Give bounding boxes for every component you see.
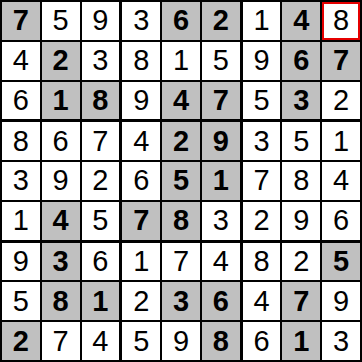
cell-r2c9[interactable]: 7: [322, 42, 360, 80]
cell-r4c9[interactable]: 1: [322, 122, 360, 160]
cell-r7c8[interactable]: 2: [282, 243, 320, 281]
cell-r4c4[interactable]: 4: [122, 122, 160, 160]
cell-r2c5[interactable]: 1: [162, 42, 200, 80]
box-9: 825479613: [243, 243, 360, 360]
cell-r6c6[interactable]: 3: [202, 202, 240, 240]
cell-r3c8[interactable]: 3: [282, 82, 320, 120]
cell-r6c9[interactable]: 6: [322, 202, 360, 240]
cell-r6c3[interactable]: 5: [82, 202, 120, 240]
cell-r6c5[interactable]: 8: [162, 202, 200, 240]
cell-r2c1[interactable]: 4: [2, 42, 40, 80]
cell-r1c8[interactable]: 4: [282, 2, 320, 40]
box-5: 429651783: [122, 122, 239, 239]
sudoku-board: 7594236183628159471489675328673921454296…: [0, 0, 362, 362]
cell-r1c5[interactable]: 6: [162, 2, 200, 40]
cell-r8c1[interactable]: 5: [2, 282, 40, 320]
cell-r8c7[interactable]: 4: [243, 282, 281, 320]
cell-r9c4[interactable]: 5: [122, 322, 160, 360]
cell-r6c4[interactable]: 7: [122, 202, 160, 240]
cell-r3c3[interactable]: 8: [82, 82, 120, 120]
box-7: 936581274: [2, 243, 119, 360]
cell-r9c5[interactable]: 9: [162, 322, 200, 360]
cell-r1c3[interactable]: 9: [82, 2, 120, 40]
cell-r8c6[interactable]: 6: [202, 282, 240, 320]
box-8: 174236598: [122, 243, 239, 360]
cell-r9c2[interactable]: 7: [42, 322, 80, 360]
cell-r9c6[interactable]: 8: [202, 322, 240, 360]
cell-r9c7[interactable]: 6: [243, 322, 281, 360]
cell-r4c3[interactable]: 7: [82, 122, 120, 160]
cell-r8c3[interactable]: 1: [82, 282, 120, 320]
cell-r7c4[interactable]: 1: [122, 243, 160, 281]
cell-r4c2[interactable]: 6: [42, 122, 80, 160]
cell-r7c5[interactable]: 7: [162, 243, 200, 281]
cell-r3c9[interactable]: 2: [322, 82, 360, 120]
cell-r6c2[interactable]: 4: [42, 202, 80, 240]
cell-r1c1[interactable]: 7: [2, 2, 40, 40]
cell-r2c4[interactable]: 8: [122, 42, 160, 80]
cell-r5c9[interactable]: 4: [322, 162, 360, 200]
cell-r5c3[interactable]: 2: [82, 162, 120, 200]
cell-r7c2[interactable]: 3: [42, 243, 80, 281]
cell-r8c4[interactable]: 2: [122, 282, 160, 320]
cell-r3c5[interactable]: 4: [162, 82, 200, 120]
cell-r7c6[interactable]: 4: [202, 243, 240, 281]
cell-r7c7[interactable]: 8: [243, 243, 281, 281]
box-3: 148967532: [243, 2, 360, 119]
cell-r5c5[interactable]: 5: [162, 162, 200, 200]
cell-r7c1[interactable]: 9: [2, 243, 40, 281]
cell-r9c8[interactable]: 1: [282, 322, 320, 360]
cell-r3c7[interactable]: 5: [243, 82, 281, 120]
cell-r7c3[interactable]: 6: [82, 243, 120, 281]
cell-r3c1[interactable]: 6: [2, 82, 40, 120]
cell-r6c1[interactable]: 1: [2, 202, 40, 240]
cell-r5c1[interactable]: 3: [2, 162, 40, 200]
box-4: 867392145: [2, 122, 119, 239]
cell-r3c2[interactable]: 1: [42, 82, 80, 120]
cell-r2c8[interactable]: 6: [282, 42, 320, 80]
cell-r3c6[interactable]: 7: [202, 82, 240, 120]
cell-r4c1[interactable]: 8: [2, 122, 40, 160]
cell-r5c2[interactable]: 9: [42, 162, 80, 200]
cell-r9c3[interactable]: 4: [82, 322, 120, 360]
cell-r2c2[interactable]: 2: [42, 42, 80, 80]
cell-r5c6[interactable]: 1: [202, 162, 240, 200]
cell-r2c7[interactable]: 9: [243, 42, 281, 80]
cell-r5c7[interactable]: 7: [243, 162, 281, 200]
cell-r5c8[interactable]: 8: [282, 162, 320, 200]
cell-r9c1[interactable]: 2: [2, 322, 40, 360]
cell-r8c5[interactable]: 3: [162, 282, 200, 320]
cell-r1c9[interactable]: 8: [322, 2, 360, 40]
cell-r2c6[interactable]: 5: [202, 42, 240, 80]
cell-r7c9[interactable]: 5: [322, 243, 360, 281]
cell-r1c4[interactable]: 3: [122, 2, 160, 40]
cell-r4c6[interactable]: 9: [202, 122, 240, 160]
cell-r6c7[interactable]: 2: [243, 202, 281, 240]
cell-r8c8[interactable]: 7: [282, 282, 320, 320]
cell-r6c8[interactable]: 9: [282, 202, 320, 240]
cell-r9c9[interactable]: 3: [322, 322, 360, 360]
cell-r1c6[interactable]: 2: [202, 2, 240, 40]
cell-r4c8[interactable]: 5: [282, 122, 320, 160]
cell-r3c4[interactable]: 9: [122, 82, 160, 120]
cell-r8c2[interactable]: 8: [42, 282, 80, 320]
cell-r1c2[interactable]: 5: [42, 2, 80, 40]
box-2: 362815947: [122, 2, 239, 119]
cell-r5c4[interactable]: 6: [122, 162, 160, 200]
cell-r4c7[interactable]: 3: [243, 122, 281, 160]
cell-r4c5[interactable]: 2: [162, 122, 200, 160]
cell-r2c3[interactable]: 3: [82, 42, 120, 80]
box-1: 759423618: [2, 2, 119, 119]
box-6: 351784296: [243, 122, 360, 239]
cell-r1c7[interactable]: 1: [243, 2, 281, 40]
cell-r8c9[interactable]: 9: [322, 282, 360, 320]
